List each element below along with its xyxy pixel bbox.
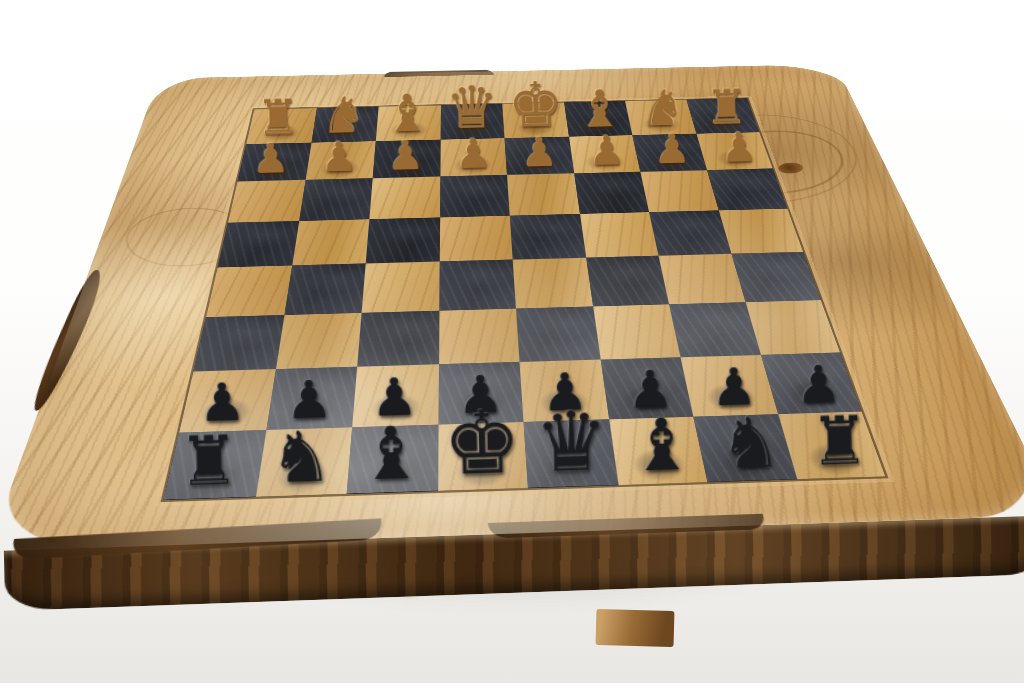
square-b5[interactable] bbox=[659, 254, 745, 304]
chess-board: ♜♞♝♛♚♝♞♜♟♟♟♟♟♟♟♟♟♟♟♟♟♟♟♟♜♞♝♚♛♝♞♜ bbox=[0, 64, 1024, 551]
square-e5[interactable] bbox=[439, 260, 516, 311]
square-c6[interactable] bbox=[593, 304, 681, 360]
wood-grain-ring bbox=[641, 104, 886, 217]
square-d6[interactable] bbox=[516, 306, 600, 362]
square-f5[interactable] bbox=[362, 262, 440, 313]
black-bishop[interactable]: ♝ bbox=[358, 416, 425, 490]
bark-edge-left bbox=[26, 270, 109, 411]
square-e8[interactable]: ♚ bbox=[438, 422, 528, 492]
wood-knot bbox=[775, 161, 807, 175]
bark-edge-top bbox=[384, 70, 493, 77]
square-h5[interactable] bbox=[206, 266, 292, 317]
black-rook[interactable]: ♜ bbox=[178, 427, 241, 497]
black-rook[interactable]: ♜ bbox=[809, 408, 870, 476]
square-g8[interactable]: ♞ bbox=[255, 427, 352, 497]
square-d8[interactable]: ♛ bbox=[524, 419, 618, 488]
wood-grain-ring bbox=[687, 121, 865, 205]
square-h8[interactable]: ♜ bbox=[164, 430, 266, 501]
black-king[interactable]: ♚ bbox=[442, 398, 522, 488]
square-f8[interactable]: ♝ bbox=[347, 424, 438, 494]
square-c8[interactable]: ♝ bbox=[609, 416, 708, 485]
black-knight[interactable]: ♞ bbox=[719, 408, 782, 479]
square-f6[interactable] bbox=[357, 310, 439, 366]
square-e6[interactable] bbox=[439, 308, 520, 364]
square-c5[interactable] bbox=[586, 256, 669, 306]
black-bishop[interactable]: ♝ bbox=[629, 408, 695, 482]
scene: ♜♞♝♛♚♝♞♜♟♟♟♟♟♟♟♟♟♟♟♟♟♟♟♟♜♞♝♚♛♝♞♜ bbox=[0, 0, 1024, 683]
square-g5[interactable] bbox=[284, 264, 366, 315]
black-knight[interactable]: ♞ bbox=[268, 422, 333, 494]
board-leg-right bbox=[596, 609, 675, 647]
black-queen[interactable]: ♛ bbox=[534, 401, 609, 485]
square-d5[interactable] bbox=[513, 258, 593, 309]
square-h6[interactable] bbox=[193, 315, 284, 372]
square-g6[interactable] bbox=[275, 313, 361, 370]
